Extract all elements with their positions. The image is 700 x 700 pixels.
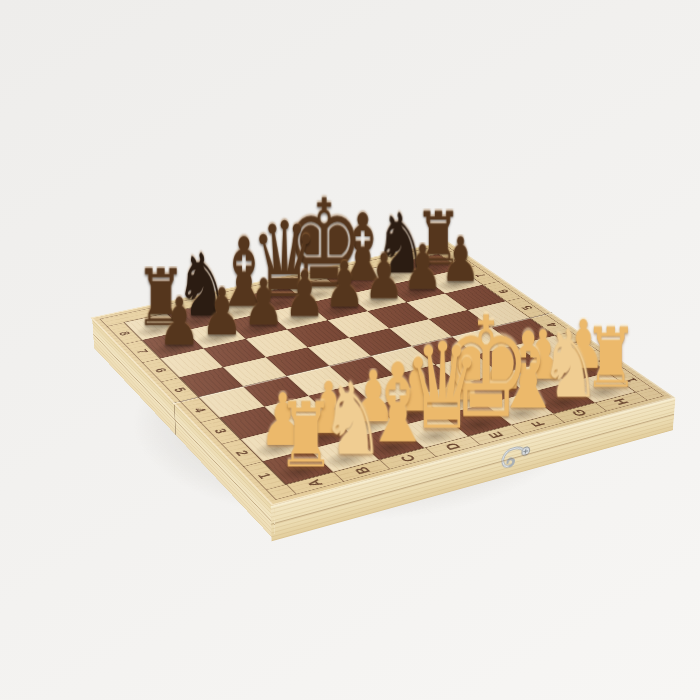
fold-seam-side: [174, 403, 176, 435]
dark-pawn-glyph: ♟: [324, 259, 365, 313]
dark-pawn-glyph: ♟: [200, 285, 242, 340]
dark-pawn-glyph: ♟: [242, 276, 284, 331]
scene-background: ABCDEFGH 87654321 87654321 ♜♞♝♛♚♝♞♜♟♟♟♟♟…: [0, 0, 700, 700]
dark-pawn-glyph: ♟: [402, 242, 442, 295]
chess-board: ABCDEFGH 87654321 87654321 ♜♞♝♛♚♝♞♜♟♟♟♟♟…: [91, 241, 675, 506]
light-rook-glyph: ♜: [277, 398, 335, 474]
dark-pawn-glyph: ♟: [363, 251, 403, 304]
dark-pawn-glyph: ♟: [283, 268, 324, 322]
dark-pawn-glyph: ♟: [158, 295, 200, 351]
